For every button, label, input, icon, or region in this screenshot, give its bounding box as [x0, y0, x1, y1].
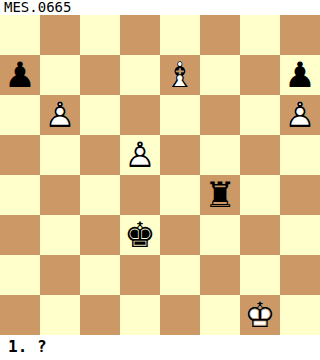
- black-pawn: ♟: [0, 55, 40, 95]
- square-e1: [160, 295, 200, 335]
- white-king: ♚♔: [240, 295, 280, 335]
- square-g7: [240, 55, 280, 95]
- square-f8: [200, 15, 240, 55]
- chess-board: ♟♝♗♟♟♙♟♙♟♙♜♚♚♔: [0, 15, 320, 335]
- square-b5: [40, 135, 80, 175]
- square-g2: [240, 255, 280, 295]
- square-g1: ♚♔: [240, 295, 280, 335]
- square-d4: [120, 175, 160, 215]
- square-d8: [120, 15, 160, 55]
- square-h6: ♟♙: [280, 95, 320, 135]
- square-d7: [120, 55, 160, 95]
- square-f4: ♜: [200, 175, 240, 215]
- square-f7: [200, 55, 240, 95]
- square-b8: [40, 15, 80, 55]
- white-pawn: ♟♙: [120, 135, 160, 175]
- black-king: ♚: [120, 215, 160, 255]
- square-a7: ♟: [0, 55, 40, 95]
- square-h3: [280, 215, 320, 255]
- square-c1: [80, 295, 120, 335]
- square-f3: [200, 215, 240, 255]
- square-f6: [200, 95, 240, 135]
- square-a3: [0, 215, 40, 255]
- square-h1: [280, 295, 320, 335]
- square-h7: ♟: [280, 55, 320, 95]
- square-a1: [0, 295, 40, 335]
- square-c4: [80, 175, 120, 215]
- white-pawn: ♟♙: [40, 95, 80, 135]
- square-e6: [160, 95, 200, 135]
- square-e4: [160, 175, 200, 215]
- square-e2: [160, 255, 200, 295]
- square-b4: [40, 175, 80, 215]
- square-h8: [280, 15, 320, 55]
- black-rook: ♜: [200, 175, 240, 215]
- square-e5: [160, 135, 200, 175]
- square-a2: [0, 255, 40, 295]
- square-c8: [80, 15, 120, 55]
- white-bishop: ♝♗: [160, 55, 200, 95]
- square-g5: [240, 135, 280, 175]
- move-prompt: 1. ?: [8, 337, 47, 357]
- square-g3: [240, 215, 280, 255]
- square-e7: ♝♗: [160, 55, 200, 95]
- square-b1: [40, 295, 80, 335]
- square-e3: [160, 215, 200, 255]
- black-pawn: ♟: [280, 55, 320, 95]
- square-g8: [240, 15, 280, 55]
- square-d2: [120, 255, 160, 295]
- square-c6: [80, 95, 120, 135]
- square-d3: ♚: [120, 215, 160, 255]
- square-d5: ♟♙: [120, 135, 160, 175]
- square-f5: [200, 135, 240, 175]
- square-h4: [280, 175, 320, 215]
- square-c5: [80, 135, 120, 175]
- square-b6: ♟♙: [40, 95, 80, 135]
- square-e8: [160, 15, 200, 55]
- square-d1: [120, 295, 160, 335]
- diagram-title: MES.0665: [4, 0, 71, 15]
- square-f2: [200, 255, 240, 295]
- square-g4: [240, 175, 280, 215]
- square-c7: [80, 55, 120, 95]
- square-a5: [0, 135, 40, 175]
- square-b2: [40, 255, 80, 295]
- square-c2: [80, 255, 120, 295]
- square-a6: [0, 95, 40, 135]
- square-f1: [200, 295, 240, 335]
- square-g6: [240, 95, 280, 135]
- square-h2: [280, 255, 320, 295]
- square-h5: [280, 135, 320, 175]
- square-b7: [40, 55, 80, 95]
- square-d6: [120, 95, 160, 135]
- square-a4: [0, 175, 40, 215]
- square-c3: [80, 215, 120, 255]
- white-pawn: ♟♙: [280, 95, 320, 135]
- square-b3: [40, 215, 80, 255]
- square-a8: [0, 15, 40, 55]
